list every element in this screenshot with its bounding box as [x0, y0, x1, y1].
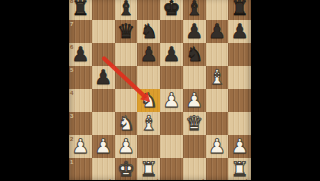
piece-black-rook[interactable]: ♜: [69, 0, 92, 20]
square-g6[interactable]: [206, 43, 229, 66]
square-c2[interactable]: ♟: [115, 135, 138, 158]
square-h2[interactable]: ♟: [228, 135, 251, 158]
square-h4[interactable]: [228, 89, 251, 112]
square-c1[interactable]: c♚: [115, 158, 138, 180]
square-e7[interactable]: [160, 20, 183, 43]
piece-white-pawn[interactable]: ♟: [183, 89, 206, 112]
piece-white-pawn[interactable]: ♟: [115, 135, 138, 158]
square-c5[interactable]: [115, 66, 138, 89]
piece-black-bishop[interactable]: ♝: [115, 0, 138, 20]
square-f4[interactable]: ♟: [183, 89, 206, 112]
square-f7[interactable]: ♟: [183, 20, 206, 43]
piece-black-knight[interactable]: ♞: [183, 43, 206, 66]
piece-white-rook[interactable]: ♜: [137, 158, 160, 180]
square-f6[interactable]: ♞: [183, 43, 206, 66]
letterbox-right: [251, 0, 320, 180]
rank-label-4: 4: [70, 90, 73, 96]
video-frame: 8♜♝♚♝♜7♛♞♟♟♟6♟♟♟♞5♟♝4♞♟♟3♞♝♛2♟♟♟♟♟1abc♚d…: [0, 0, 320, 180]
chess-board[interactable]: 8♜♝♚♝♜7♛♞♟♟♟6♟♟♟♞5♟♝4♞♟♟3♞♝♛2♟♟♟♟♟1abc♚d…: [69, 0, 251, 180]
square-h1[interactable]: h♜: [228, 158, 251, 180]
square-c8[interactable]: ♝: [115, 0, 138, 20]
piece-white-queen[interactable]: ♛: [183, 112, 206, 135]
piece-white-knight[interactable]: ♞: [115, 112, 138, 135]
square-a7[interactable]: 7: [69, 20, 92, 43]
square-d5[interactable]: [137, 66, 160, 89]
square-e3[interactable]: [160, 112, 183, 135]
piece-black-knight[interactable]: ♞: [137, 20, 160, 43]
square-e6[interactable]: ♟: [160, 43, 183, 66]
piece-black-queen[interactable]: ♛: [115, 20, 138, 43]
piece-black-rook[interactable]: ♜: [228, 0, 251, 20]
square-e2[interactable]: [160, 135, 183, 158]
square-a5[interactable]: 5: [69, 66, 92, 89]
square-c3[interactable]: ♞: [115, 112, 138, 135]
square-b7[interactable]: [92, 20, 115, 43]
square-b5[interactable]: ♟: [92, 66, 115, 89]
square-c6[interactable]: [115, 43, 138, 66]
square-a6[interactable]: 6♟: [69, 43, 92, 66]
piece-white-knight[interactable]: ♞: [137, 89, 160, 112]
square-d1[interactable]: d♜: [137, 158, 160, 180]
square-f3[interactable]: ♛: [183, 112, 206, 135]
square-g8[interactable]: [206, 0, 229, 20]
square-h7[interactable]: ♟: [228, 20, 251, 43]
square-g5[interactable]: ♝: [206, 66, 229, 89]
piece-black-pawn[interactable]: ♟: [92, 66, 115, 89]
rank-label-5: 5: [70, 67, 73, 73]
square-b8[interactable]: [92, 0, 115, 20]
piece-white-pawn[interactable]: ♟: [228, 135, 251, 158]
square-g7[interactable]: ♟: [206, 20, 229, 43]
file-label-e: e: [178, 178, 181, 181]
piece-white-bishop[interactable]: ♝: [137, 112, 160, 135]
piece-black-pawn[interactable]: ♟: [69, 43, 92, 66]
piece-black-pawn[interactable]: ♟: [137, 43, 160, 66]
square-h8[interactable]: ♜: [228, 0, 251, 20]
piece-black-pawn[interactable]: ♟: [160, 43, 183, 66]
square-g3[interactable]: [206, 112, 229, 135]
square-a2[interactable]: 2♟: [69, 135, 92, 158]
rank-label-3: 3: [70, 113, 73, 119]
piece-white-pawn[interactable]: ♟: [160, 89, 183, 112]
piece-white-pawn[interactable]: ♟: [92, 135, 115, 158]
piece-white-rook[interactable]: ♜: [228, 158, 251, 180]
square-a8[interactable]: 8♜: [69, 0, 92, 20]
piece-white-pawn[interactable]: ♟: [69, 135, 92, 158]
rank-label-7: 7: [70, 21, 73, 27]
piece-white-bishop[interactable]: ♝: [206, 66, 229, 89]
square-e8[interactable]: ♚: [160, 0, 183, 20]
square-e4[interactable]: ♟: [160, 89, 183, 112]
file-label-g: g: [223, 178, 227, 181]
square-d3[interactable]: ♝: [137, 112, 160, 135]
square-b1[interactable]: b: [92, 158, 115, 180]
piece-white-pawn[interactable]: ♟: [206, 135, 229, 158]
file-label-f: f: [202, 178, 204, 181]
square-g2[interactable]: ♟: [206, 135, 229, 158]
square-e5[interactable]: [160, 66, 183, 89]
square-h6[interactable]: [228, 43, 251, 66]
piece-black-pawn[interactable]: ♟: [183, 20, 206, 43]
square-g1[interactable]: g: [206, 158, 229, 180]
square-f5[interactable]: [183, 66, 206, 89]
piece-black-pawn[interactable]: ♟: [228, 20, 251, 43]
square-d2[interactable]: [137, 135, 160, 158]
square-b2[interactable]: ♟: [92, 135, 115, 158]
square-g4[interactable]: [206, 89, 229, 112]
square-d4[interactable]: ♞: [137, 89, 160, 112]
piece-black-bishop[interactable]: ♝: [183, 0, 206, 20]
square-b4[interactable]: [92, 89, 115, 112]
letterbox-left: [0, 0, 69, 180]
square-b6[interactable]: [92, 43, 115, 66]
square-a1[interactable]: 1a: [69, 158, 92, 180]
square-f8[interactable]: ♝: [183, 0, 206, 20]
square-d8[interactable]: [137, 0, 160, 20]
square-f2[interactable]: [183, 135, 206, 158]
rank-label-1: 1: [70, 159, 73, 165]
square-f1[interactable]: f: [183, 158, 206, 180]
square-c4[interactable]: [115, 89, 138, 112]
square-d6[interactable]: ♟: [137, 43, 160, 66]
square-d7[interactable]: ♞: [137, 20, 160, 43]
square-h5[interactable]: [228, 66, 251, 89]
square-h3[interactable]: [228, 112, 251, 135]
square-b3[interactable]: [92, 112, 115, 135]
square-a4[interactable]: 4: [69, 89, 92, 112]
square-a3[interactable]: 3: [69, 112, 92, 135]
file-label-a: a: [87, 178, 90, 181]
file-label-b: b: [109, 178, 113, 181]
piece-white-king[interactable]: ♚: [115, 158, 138, 180]
square-c7[interactable]: ♛: [115, 20, 138, 43]
piece-black-pawn[interactable]: ♟: [206, 20, 229, 43]
square-e1[interactable]: e: [160, 158, 183, 180]
piece-black-king[interactable]: ♚: [160, 0, 183, 20]
